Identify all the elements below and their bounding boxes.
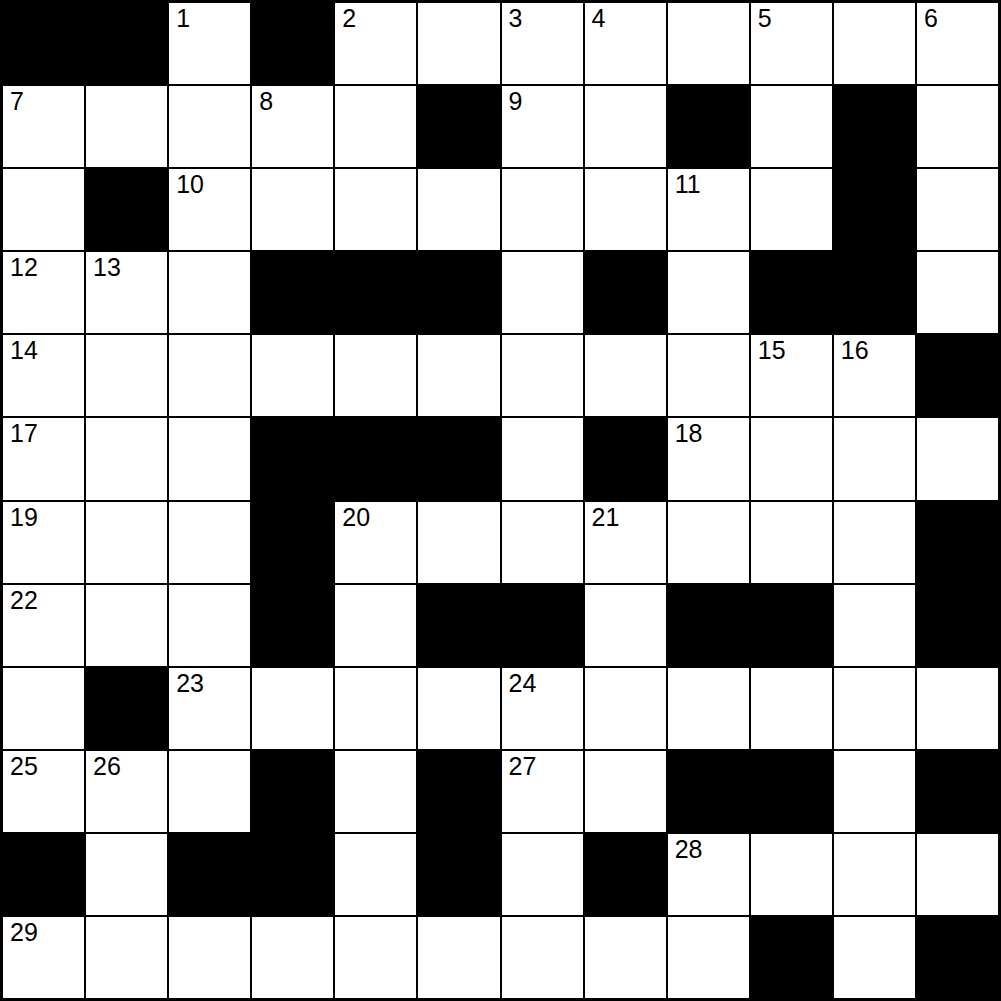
clue-number-12: 12 [10,254,38,282]
white-cell-r9c6[interactable]: 27 [502,751,583,832]
white-cell-r5c2[interactable] [169,418,250,499]
clue-number-11: 11 [675,171,701,199]
white-cell-r4c6[interactable] [502,335,583,416]
white-cell-r6c7[interactable]: 21 [585,502,666,583]
black-cell-r7c9 [751,585,832,666]
white-cell-r0c11[interactable]: 6 [917,3,998,84]
white-cell-r4c5[interactable] [418,335,499,416]
white-cell-r1c7[interactable] [585,86,666,167]
white-cell-r5c0[interactable]: 17 [3,418,84,499]
clue-number-8: 8 [259,88,273,116]
white-cell-r8c8[interactable] [668,668,749,749]
white-cell-r7c0[interactable]: 22 [3,585,84,666]
white-cell-r3c11[interactable] [917,252,998,333]
white-cell-r8c9[interactable] [751,668,832,749]
white-cell-r11c1[interactable] [86,917,167,998]
white-cell-r5c1[interactable] [86,418,167,499]
white-cell-r5c9[interactable] [751,418,832,499]
white-cell-r8c2[interactable]: 23 [169,668,250,749]
white-cell-r7c7[interactable] [585,585,666,666]
white-cell-r1c6[interactable]: 9 [502,86,583,167]
white-cell-r3c1[interactable]: 13 [86,252,167,333]
white-cell-r9c0[interactable]: 25 [3,751,84,832]
black-cell-r3c3 [252,252,333,333]
clue-number-23: 23 [176,670,204,698]
clue-number-18: 18 [675,420,703,448]
white-cell-r10c1[interactable] [86,834,167,915]
white-cell-r6c8[interactable] [668,502,749,583]
black-cell-r8c1 [86,668,167,749]
white-cell-r11c8[interactable] [668,917,749,998]
black-cell-r7c3 [252,585,333,666]
black-cell-r9c11 [917,751,998,832]
white-cell-r3c2[interactable] [169,252,250,333]
black-cell-r4c11 [917,335,998,416]
clue-number-29: 29 [10,919,38,947]
black-cell-r3c10 [834,252,915,333]
white-cell-r0c9[interactable]: 5 [751,3,832,84]
white-cell-r10c11[interactable] [917,834,998,915]
black-cell-r10c5 [418,834,499,915]
black-cell-r1c10 [834,86,915,167]
black-cell-r3c5 [418,252,499,333]
white-cell-r0c4[interactable]: 2 [335,3,416,84]
clue-number-21: 21 [592,504,620,532]
white-cell-r2c9[interactable] [751,169,832,250]
clue-number-17: 17 [10,420,38,448]
white-cell-r0c2[interactable]: 1 [169,3,250,84]
white-cell-r11c6[interactable] [502,917,583,998]
black-cell-r9c9 [751,751,832,832]
white-cell-r2c2[interactable]: 10 [169,169,250,250]
black-cell-r6c11 [917,502,998,583]
white-cell-r8c4[interactable] [335,668,416,749]
white-cell-r1c2[interactable] [169,86,250,167]
white-cell-r3c0[interactable]: 12 [3,252,84,333]
white-cell-r6c2[interactable] [169,502,250,583]
white-cell-r6c5[interactable] [418,502,499,583]
white-cell-r6c0[interactable]: 19 [3,502,84,583]
white-cell-r0c7[interactable]: 4 [585,3,666,84]
white-cell-r10c8[interactable]: 28 [668,834,749,915]
white-cell-r10c4[interactable] [335,834,416,915]
white-cell-r11c0[interactable]: 29 [3,917,84,998]
clue-number-16: 16 [841,337,869,365]
clue-number-1: 1 [176,5,190,33]
white-cell-r4c4[interactable] [335,335,416,416]
clue-number-2: 2 [342,5,356,33]
black-cell-r0c0 [3,3,84,84]
white-cell-r6c6[interactable] [502,502,583,583]
clue-number-10: 10 [176,171,204,199]
white-cell-r0c10[interactable] [834,3,915,84]
clue-number-4: 4 [592,5,606,33]
white-cell-r4c3[interactable] [252,335,333,416]
white-cell-r9c1[interactable]: 26 [86,751,167,832]
white-cell-r7c1[interactable] [86,585,167,666]
black-cell-r5c7 [585,418,666,499]
white-cell-r5c11[interactable] [917,418,998,499]
black-cell-r6c3 [252,502,333,583]
black-cell-r2c1 [86,169,167,250]
white-cell-r0c6[interactable]: 3 [502,3,583,84]
crossword-board: 1234567891011121314151617181920212223242… [0,0,1001,1001]
white-cell-r6c4[interactable]: 20 [335,502,416,583]
white-cell-r2c5[interactable] [418,169,499,250]
clue-number-25: 25 [10,753,38,781]
black-cell-r0c1 [86,3,167,84]
black-cell-r10c0 [3,834,84,915]
white-cell-r4c10[interactable]: 16 [834,335,915,416]
black-cell-r3c7 [585,252,666,333]
clue-number-26: 26 [93,753,121,781]
black-cell-r1c5 [418,86,499,167]
black-cell-r11c11 [917,917,998,998]
white-cell-r8c10[interactable] [834,668,915,749]
white-cell-r10c10[interactable] [834,834,915,915]
clue-number-6: 6 [924,5,938,33]
white-cell-r1c11[interactable] [917,86,998,167]
black-cell-r2c10 [834,169,915,250]
white-cell-r8c6[interactable]: 24 [502,668,583,749]
white-cell-r10c6[interactable] [502,834,583,915]
white-cell-r1c3[interactable]: 8 [252,86,333,167]
white-cell-r1c0[interactable]: 7 [3,86,84,167]
black-cell-r10c7 [585,834,666,915]
black-cell-r3c9 [751,252,832,333]
white-cell-r2c4[interactable] [335,169,416,250]
white-cell-r11c10[interactable] [834,917,915,998]
white-cell-r4c9[interactable]: 15 [751,335,832,416]
white-cell-r8c7[interactable] [585,668,666,749]
white-cell-r10c9[interactable] [751,834,832,915]
black-cell-r11c9 [751,917,832,998]
white-cell-r7c4[interactable] [335,585,416,666]
white-cell-r1c1[interactable] [86,86,167,167]
clue-number-28: 28 [675,836,703,864]
black-cell-r1c8 [668,86,749,167]
clue-number-14: 14 [10,337,38,365]
black-cell-r5c3 [252,418,333,499]
clue-number-13: 13 [93,254,121,282]
white-cell-r3c8[interactable] [668,252,749,333]
white-cell-r7c2[interactable] [169,585,250,666]
white-cell-r6c10[interactable] [834,502,915,583]
clue-number-22: 22 [10,587,38,615]
clue-number-27: 27 [509,753,537,781]
white-cell-r11c5[interactable] [418,917,499,998]
white-cell-r1c4[interactable] [335,86,416,167]
clue-number-19: 19 [10,504,38,532]
white-cell-r9c7[interactable] [585,751,666,832]
white-cell-r2c0[interactable] [3,169,84,250]
white-cell-r6c1[interactable] [86,502,167,583]
white-cell-r5c10[interactable] [834,418,915,499]
white-cell-r9c10[interactable] [834,751,915,832]
white-cell-r3c6[interactable] [502,252,583,333]
white-cell-r4c1[interactable] [86,335,167,416]
black-cell-r10c3 [252,834,333,915]
white-cell-r4c2[interactable] [169,335,250,416]
white-cell-r1c9[interactable] [751,86,832,167]
white-cell-r11c2[interactable] [169,917,250,998]
white-cell-r11c4[interactable] [335,917,416,998]
clue-number-5: 5 [758,5,772,33]
white-cell-r2c3[interactable] [252,169,333,250]
white-cell-r2c6[interactable] [502,169,583,250]
black-cell-r0c3 [252,3,333,84]
white-cell-r9c2[interactable] [169,751,250,832]
white-cell-r11c7[interactable] [585,917,666,998]
white-cell-r9c4[interactable] [335,751,416,832]
black-cell-r7c6 [502,585,583,666]
white-cell-r5c8[interactable]: 18 [668,418,749,499]
white-cell-r0c5[interactable] [418,3,499,84]
white-cell-r2c11[interactable] [917,169,998,250]
black-cell-r9c3 [252,751,333,832]
white-cell-r5c6[interactable] [502,418,583,499]
black-cell-r7c8 [668,585,749,666]
black-cell-r5c5 [418,418,499,499]
clue-number-3: 3 [509,5,523,33]
clue-number-7: 7 [10,88,24,116]
white-cell-r7c10[interactable] [834,585,915,666]
black-cell-r9c8 [668,751,749,832]
black-cell-r3c4 [335,252,416,333]
white-cell-r4c0[interactable]: 14 [3,335,84,416]
white-cell-r8c0[interactable] [3,668,84,749]
black-cell-r7c11 [917,585,998,666]
white-cell-r4c7[interactable] [585,335,666,416]
clue-number-24: 24 [509,670,537,698]
clue-number-20: 20 [342,504,370,532]
white-cell-r2c7[interactable] [585,169,666,250]
white-cell-r8c3[interactable] [252,668,333,749]
white-cell-r4c8[interactable] [668,335,749,416]
black-cell-r9c5 [418,751,499,832]
clue-number-9: 9 [509,88,523,116]
white-cell-r0c8[interactable] [668,3,749,84]
white-cell-r2c8[interactable]: 11 [668,169,749,250]
white-cell-r8c5[interactable] [418,668,499,749]
black-cell-r5c4 [335,418,416,499]
white-cell-r11c3[interactable] [252,917,333,998]
black-cell-r7c5 [418,585,499,666]
black-cell-r10c2 [169,834,250,915]
white-cell-r8c11[interactable] [917,668,998,749]
white-cell-r6c9[interactable] [751,502,832,583]
clue-number-15: 15 [758,337,786,365]
